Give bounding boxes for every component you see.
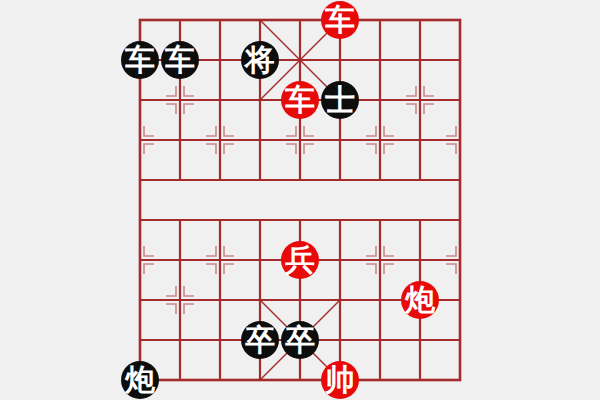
piece-black-chariot-2[interactable]: 车 [161,41,199,79]
piece-black-soldier-2[interactable]: 卒 [281,321,319,359]
piece-red-cannon-1[interactable]: 炮 [401,281,439,319]
piece-red-soldier-1[interactable]: 兵 [281,241,319,279]
piece-black-advisor[interactable]: 士 [321,81,359,119]
piece-black-cannon-1[interactable]: 炮 [121,361,159,399]
piece-black-general[interactable]: 将 [241,41,279,79]
piece-red-chariot-1[interactable]: 车 [321,1,359,39]
piece-black-soldier-1[interactable]: 卒 [241,321,279,359]
piece-red-chariot-2[interactable]: 车 [281,81,319,119]
xiangqi-board[interactable]: 车车车将车士兵炮卒卒炮帅 [0,0,600,400]
piece-red-general[interactable]: 帅 [321,361,359,399]
piece-black-chariot-1[interactable]: 车 [121,41,159,79]
pieces-layer: 车车车将车士兵炮卒卒炮帅 [0,0,600,400]
